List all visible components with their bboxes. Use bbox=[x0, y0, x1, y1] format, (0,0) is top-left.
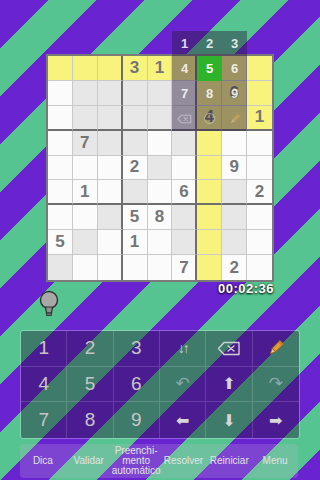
key-digit-2[interactable]: 2 bbox=[67, 331, 113, 367]
cell-r1c4[interactable]: 3 bbox=[123, 56, 148, 81]
cell-r6c9[interactable]: 2 bbox=[247, 180, 272, 205]
cell-r2c2[interactable] bbox=[73, 81, 98, 106]
cell-r6c1[interactable] bbox=[48, 180, 73, 205]
toolbar-preenchimento-automatico-label: automático bbox=[112, 466, 161, 476]
cell-r6c2[interactable]: 1 bbox=[73, 180, 98, 205]
key-updown-button[interactable]: ↓↑ bbox=[160, 331, 206, 367]
cell-r5c2[interactable] bbox=[73, 156, 98, 181]
cell-r5c3[interactable] bbox=[98, 156, 123, 181]
cell-r8c8[interactable] bbox=[222, 230, 247, 255]
cell-r2c1[interactable] bbox=[48, 81, 73, 106]
picker-digit-4[interactable]: 4 bbox=[172, 56, 197, 81]
cell-r6c7[interactable] bbox=[197, 180, 222, 205]
cell-r6c4[interactable] bbox=[123, 180, 148, 205]
cell-r9c7[interactable] bbox=[197, 255, 222, 280]
picker-digit-9[interactable]: 9 bbox=[222, 81, 247, 106]
key-digit-5[interactable]: 5 bbox=[67, 367, 113, 403]
cell-r5c6[interactable] bbox=[172, 156, 197, 181]
cell-r7c1[interactable] bbox=[48, 205, 73, 230]
bottom-toolbar: DicaValidarPreenchi-mentoautomáticoResol… bbox=[20, 444, 298, 478]
undo-icon: ↶ bbox=[176, 373, 190, 394]
key-digit-3[interactable]: 3 bbox=[114, 331, 160, 367]
cell-r7c9[interactable] bbox=[247, 205, 272, 230]
cell-r9c5[interactable] bbox=[148, 255, 173, 280]
key-digit-7[interactable]: 7 bbox=[21, 402, 67, 438]
backspace-icon bbox=[217, 341, 241, 356]
cell-r5c1[interactable] bbox=[48, 156, 73, 181]
cell-r5c4[interactable]: 2 bbox=[123, 156, 148, 181]
picker-digit-1[interactable]: 1 bbox=[172, 31, 197, 56]
cell-r2c5[interactable] bbox=[148, 81, 173, 106]
key-arrow-down-button[interactable]: ⬇ bbox=[206, 402, 252, 438]
toolbar-resolver-label: Resolver bbox=[164, 456, 203, 466]
cell-r9c6[interactable]: 7 bbox=[172, 255, 197, 280]
toolbar-validar-button[interactable]: Validar bbox=[66, 444, 112, 478]
key-pencil-button[interactable] bbox=[253, 331, 299, 367]
cell-r7c5[interactable]: 8 bbox=[148, 205, 173, 230]
picker-digit-3[interactable]: 3 bbox=[222, 31, 247, 56]
arrow-right-icon: ➡ bbox=[269, 411, 282, 430]
cell-r3c2[interactable] bbox=[73, 106, 98, 131]
cell-r5c9[interactable] bbox=[247, 156, 272, 181]
cell-r3c3[interactable] bbox=[98, 106, 123, 131]
cell-r7c8[interactable] bbox=[222, 205, 247, 230]
cell-r2c4[interactable] bbox=[123, 81, 148, 106]
cell-r4c1[interactable] bbox=[48, 131, 73, 156]
toolbar-menu-button[interactable]: Menu bbox=[252, 444, 298, 478]
key-digit-8[interactable]: 8 bbox=[67, 402, 113, 438]
picker-eraser-icon[interactable] bbox=[197, 106, 222, 131]
cell-r4c2[interactable]: 7 bbox=[73, 131, 98, 156]
cell-r3c1[interactable] bbox=[48, 106, 73, 131]
cell-r5c7[interactable] bbox=[197, 156, 222, 181]
cell-r1c1[interactable] bbox=[48, 56, 73, 81]
toolbar-resolver-button[interactable]: Resolver bbox=[161, 444, 207, 478]
cell-r2c9[interactable] bbox=[247, 81, 272, 106]
cell-r1c2[interactable] bbox=[73, 56, 98, 81]
toolbar-reiniciar-label: Reiniciar bbox=[210, 456, 249, 466]
cell-r5c8[interactable]: 9 bbox=[222, 156, 247, 181]
cell-r4c6[interactable] bbox=[172, 131, 197, 156]
toolbar-preenchimento-automatico-button[interactable]: Preenchi-mentoautomático bbox=[112, 444, 161, 478]
cell-r6c8[interactable] bbox=[222, 180, 247, 205]
picker-backspace-icon[interactable] bbox=[172, 106, 197, 131]
number-picker-overlay: 123456789 bbox=[172, 31, 247, 131]
cell-r5c5[interactable] bbox=[148, 156, 173, 181]
cell-r4c9[interactable] bbox=[247, 131, 272, 156]
cell-r3c5[interactable] bbox=[148, 106, 173, 131]
cell-r3c4[interactable] bbox=[123, 106, 148, 131]
picker-digit-6[interactable]: 6 bbox=[222, 56, 247, 81]
toolbar-dica-button[interactable]: Dica bbox=[20, 444, 66, 478]
key-undo-button[interactable]: ↶ bbox=[160, 367, 206, 403]
toolbar-menu-label: Menu bbox=[263, 456, 288, 466]
cell-r8c6[interactable] bbox=[172, 230, 197, 255]
picker-digit-5[interactable]: 5 bbox=[197, 56, 222, 81]
cell-r8c5[interactable] bbox=[148, 230, 173, 255]
key-digit-6[interactable]: 6 bbox=[114, 367, 160, 403]
cell-r8c7[interactable] bbox=[197, 230, 222, 255]
arrow-up-icon: ⬆ bbox=[222, 374, 235, 393]
hint-lightbulb-icon[interactable] bbox=[36, 289, 62, 319]
cell-r9c4[interactable] bbox=[123, 255, 148, 280]
cell-r4c7[interactable] bbox=[197, 131, 222, 156]
key-digit-1[interactable]: 1 bbox=[21, 331, 67, 367]
cell-r4c4[interactable] bbox=[123, 131, 148, 156]
cell-r6c6[interactable]: 6 bbox=[172, 180, 197, 205]
cell-r7c2[interactable] bbox=[73, 205, 98, 230]
redo-icon: ↷ bbox=[269, 373, 283, 394]
cell-r4c5[interactable] bbox=[148, 131, 173, 156]
updown-arrows-icon: ↓↑ bbox=[178, 340, 188, 356]
cell-r7c7[interactable] bbox=[197, 205, 222, 230]
cell-r8c3[interactable] bbox=[98, 230, 123, 255]
arrow-left-icon: ⬅ bbox=[176, 411, 189, 430]
cell-r1c9[interactable] bbox=[247, 56, 272, 81]
cell-r6c5[interactable] bbox=[148, 180, 173, 205]
key-arrow-left-button[interactable]: ⬅ bbox=[160, 402, 206, 438]
key-digit-9[interactable]: 9 bbox=[114, 402, 160, 438]
cell-r4c3[interactable] bbox=[98, 131, 123, 156]
picker-digit-7[interactable]: 7 bbox=[172, 81, 197, 106]
cell-r7c3[interactable] bbox=[98, 205, 123, 230]
cell-r9c9[interactable] bbox=[247, 255, 272, 280]
picker-digit-2[interactable]: 2 bbox=[197, 31, 222, 56]
arrow-down-icon: ⬇ bbox=[222, 411, 235, 430]
cell-r9c8[interactable]: 2 bbox=[222, 255, 247, 280]
cell-r9c1[interactable] bbox=[48, 255, 73, 280]
picker-digit-8[interactable]: 8 bbox=[197, 81, 222, 106]
toolbar-dica-label: Dica bbox=[33, 456, 53, 466]
cell-r7c4[interactable]: 5 bbox=[123, 205, 148, 230]
key-redo-button[interactable]: ↷ bbox=[253, 367, 299, 403]
cell-r9c2[interactable] bbox=[73, 255, 98, 280]
cell-r1c3[interactable] bbox=[98, 56, 123, 81]
toolbar-reiniciar-button[interactable]: Reiniciar bbox=[206, 444, 252, 478]
cell-r8c4[interactable]: 1 bbox=[123, 230, 148, 255]
keypad: 123↓↑456↶⬆↷789⬅⬇➡ bbox=[20, 330, 300, 439]
cell-r8c9[interactable] bbox=[247, 230, 272, 255]
cell-r3c9[interactable]: 1 bbox=[247, 106, 272, 131]
cell-r1c5[interactable]: 1 bbox=[148, 56, 173, 81]
cell-r2c3[interactable] bbox=[98, 81, 123, 106]
cell-r7c6[interactable] bbox=[172, 205, 197, 230]
timer: 00:02:36 bbox=[218, 281, 274, 296]
cell-r9c3[interactable] bbox=[98, 255, 123, 280]
key-arrow-right-button[interactable]: ➡ bbox=[253, 402, 299, 438]
key-digit-4[interactable]: 4 bbox=[21, 367, 67, 403]
cell-r4c8[interactable] bbox=[222, 131, 247, 156]
pencil-icon bbox=[266, 338, 286, 358]
key-arrow-up-button[interactable]: ⬆ bbox=[206, 367, 252, 403]
key-backspace-button[interactable] bbox=[206, 331, 252, 367]
cell-r8c1[interactable]: 5 bbox=[48, 230, 73, 255]
cell-r8c2[interactable] bbox=[73, 230, 98, 255]
toolbar-validar-label: Validar bbox=[74, 456, 104, 466]
picker-pencil-icon[interactable] bbox=[222, 106, 247, 131]
cell-r6c3[interactable] bbox=[98, 180, 123, 205]
